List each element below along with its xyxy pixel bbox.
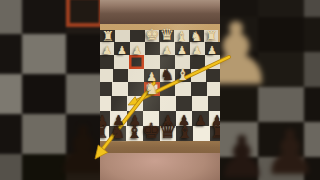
board-rank-5 (100, 82, 220, 96)
square-b5[interactable] (191, 82, 207, 96)
square-f4[interactable] (128, 69, 144, 83)
table-behind-board (100, 0, 220, 25)
square-e3[interactable] (144, 55, 159, 69)
square-g5[interactable] (112, 82, 128, 96)
square-f1[interactable] (130, 30, 145, 43)
video-frame: ♟♟♟♟ ♜♚♛♝♞♜♟♟♟♟♟♟♟♟♞♝♞♟♟♟♟♟♟♟♜♞♝♚♛♝♜ (0, 0, 320, 180)
piece-black-queen-d8[interactable]: ♛ (158, 121, 177, 142)
bg-magnified-black-pawn: ♟ (262, 122, 318, 180)
square-a5[interactable] (207, 82, 220, 96)
piece-white-pawn-h2[interactable]: ♟ (102, 45, 112, 56)
piece-black-rook-h8[interactable]: ♜ (100, 124, 109, 142)
square-f6[interactable] (127, 96, 143, 111)
board-rank-6 (100, 96, 220, 111)
square-h4[interactable] (100, 69, 113, 83)
square-h5[interactable] (100, 82, 112, 96)
square-a4[interactable] (206, 69, 220, 83)
square-g3[interactable] (114, 55, 129, 69)
square-b3[interactable] (190, 55, 205, 69)
piece-white-king-e1[interactable]: ♚ (145, 27, 159, 43)
bg-checker-square (22, 0, 66, 34)
square-a3[interactable] (205, 55, 220, 69)
square-g4[interactable] (113, 69, 129, 83)
game-strip: ♜♚♛♝♞♜♟♟♟♟♟♟♟♟♞♝♞♟♟♟♟♟♟♟♜♞♝♚♛♝♜ (100, 0, 220, 180)
bg-checker-square (0, 114, 22, 154)
square-h6[interactable] (100, 96, 111, 111)
bg-checker-square (0, 74, 22, 114)
square-g1[interactable] (115, 30, 130, 43)
square-d6[interactable] (160, 96, 176, 111)
bg-checker-square (304, 0, 320, 17)
square-h3[interactable] (100, 55, 114, 69)
piece-white-rook-h1[interactable]: ♜ (102, 30, 114, 44)
piece-white-bishop-c1[interactable]: ♝ (176, 30, 188, 44)
square-c5[interactable] (175, 82, 191, 96)
piece-black-pawn-b7[interactable]: ♟ (194, 113, 206, 127)
square-b8[interactable] (193, 126, 210, 142)
piece-white-rook-a1[interactable]: ♜ (205, 30, 217, 44)
piece-white-knight-b1[interactable]: ♞ (190, 30, 202, 44)
square-b4[interactable] (191, 69, 207, 83)
bg-checker-square (304, 17, 320, 52)
square-c6[interactable] (176, 96, 192, 111)
piece-black-bishop-f8[interactable]: ♝ (126, 124, 142, 142)
square-a6[interactable] (208, 96, 220, 111)
bg-checker-square (304, 52, 320, 87)
bg-checker-square (22, 34, 66, 74)
piece-black-rook-a8[interactable]: ♜ (210, 124, 220, 142)
square-b6[interactable] (192, 96, 208, 111)
piece-white-knight-e5[interactable]: ♞ (144, 81, 158, 97)
piece-white-pawn-g2[interactable]: ♟ (117, 45, 127, 56)
piece-white-pawn-d2[interactable]: ♟ (162, 45, 172, 56)
bg-checker-square (0, 34, 22, 74)
bg-checker-square (0, 154, 22, 180)
bg-checker-square (22, 74, 66, 114)
piece-black-knight-g8[interactable]: ♞ (110, 124, 126, 142)
piece-white-pawn-f2[interactable]: ♟ (132, 45, 142, 56)
piece-white-queen-d1[interactable]: ♛ (160, 27, 174, 43)
bg-magnified-from-square-outline (66, 0, 103, 27)
piece-white-pawn-c2[interactable]: ♟ (177, 45, 187, 56)
bg-magnified-black-pawn: ♟ (216, 128, 268, 180)
square-d5[interactable] (160, 82, 176, 96)
square-e6[interactable] (143, 96, 159, 111)
piece-white-pawn-a2[interactable]: ♟ (207, 45, 217, 56)
square-f5[interactable] (128, 82, 144, 96)
piece-white-bishop-c4[interactable]: ♝ (176, 68, 190, 83)
bg-checker-square (0, 0, 22, 34)
square-g6[interactable] (111, 96, 127, 111)
square-f3[interactable] (129, 55, 144, 69)
piece-black-bishop-c8[interactable]: ♝ (177, 124, 193, 142)
piece-black-knight-d4[interactable]: ♞ (160, 68, 174, 83)
piece-white-pawn-b2[interactable]: ♟ (192, 45, 202, 56)
